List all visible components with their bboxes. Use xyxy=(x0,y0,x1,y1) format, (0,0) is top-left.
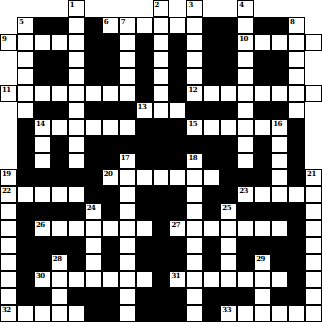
cell-r3c14[interactable] xyxy=(237,51,254,68)
cell-r16c3[interactable] xyxy=(51,271,68,288)
block-cell-r12c17 xyxy=(288,203,305,220)
cell-r17c11[interactable] xyxy=(186,288,203,305)
cell-r5c3[interactable] xyxy=(51,85,68,102)
cell-r7c16[interactable]: 16 xyxy=(271,119,288,136)
block-cell-r4c10 xyxy=(169,68,186,85)
cell-r11c18[interactable] xyxy=(305,186,322,203)
cell-r5c14[interactable] xyxy=(237,85,254,102)
cell-r14c7[interactable] xyxy=(119,237,136,254)
block-cell-r17c16 xyxy=(271,288,288,305)
block-cell-r6c12 xyxy=(203,102,220,119)
cell-r13c0[interactable] xyxy=(0,220,17,237)
outside-area xyxy=(305,102,322,119)
cell-r18c15[interactable] xyxy=(254,305,271,322)
cell-r13c5[interactable] xyxy=(85,220,102,237)
cell-r11c2[interactable] xyxy=(34,186,51,203)
cell-r13c12[interactable] xyxy=(203,220,220,237)
cell-r4c17[interactable] xyxy=(288,68,305,85)
cell-r13c11[interactable] xyxy=(186,220,203,237)
block-cell-r8c3 xyxy=(51,136,68,153)
outside-area xyxy=(34,0,51,17)
cell-r2c16[interactable] xyxy=(271,34,288,51)
cell-r5c13[interactable] xyxy=(220,85,237,102)
cell-r5c2[interactable] xyxy=(34,85,51,102)
cell-r3c9[interactable] xyxy=(153,51,170,68)
block-cell-r4c12 xyxy=(203,68,220,85)
cell-r14c18[interactable] xyxy=(305,237,322,254)
cell-r16c4[interactable] xyxy=(68,271,85,288)
block-cell-r6c2 xyxy=(34,102,51,119)
cell-r16c7[interactable] xyxy=(119,271,136,288)
block-cell-r11c6 xyxy=(102,186,119,203)
outside-area xyxy=(0,68,17,85)
block-cell-r4c13 xyxy=(220,68,237,85)
block-cell-r8c13 xyxy=(220,136,237,153)
cell-r12c0[interactable] xyxy=(0,203,17,220)
block-cell-r15c2 xyxy=(34,254,51,271)
block-cell-r11c12 xyxy=(203,186,220,203)
cell-r6c1[interactable] xyxy=(17,102,34,119)
block-cell-r11c13 xyxy=(220,186,237,203)
cell-r16c8[interactable] xyxy=(136,271,153,288)
clue-number-20: 20 xyxy=(104,170,113,178)
block-cell-r9c12 xyxy=(203,153,220,170)
cell-r0c14[interactable]: 4 xyxy=(237,0,254,17)
cell-r18c2[interactable] xyxy=(34,305,51,322)
cell-r3c17[interactable] xyxy=(288,51,305,68)
cell-r15c3[interactable]: 28 xyxy=(51,254,68,271)
clue-number-23: 23 xyxy=(239,187,248,195)
cell-r5c11[interactable]: 12 xyxy=(186,85,203,102)
cell-r12c7[interactable] xyxy=(119,203,136,220)
cell-r16c12[interactable] xyxy=(203,271,220,288)
cell-r9c14[interactable] xyxy=(237,153,254,170)
cell-r11c11[interactable] xyxy=(186,186,203,203)
cell-r11c0[interactable]: 22 xyxy=(0,186,17,203)
cell-r18c3[interactable] xyxy=(51,305,68,322)
block-cell-r17c4 xyxy=(68,288,85,305)
cell-r13c6[interactable] xyxy=(102,220,119,237)
cell-r1c9[interactable] xyxy=(153,17,170,34)
cell-r18c13[interactable]: 33 xyxy=(220,305,237,322)
block-cell-r15c9 xyxy=(153,254,170,271)
cell-r14c13[interactable] xyxy=(220,237,237,254)
cell-r7c14[interactable] xyxy=(237,119,254,136)
clue-number-22: 22 xyxy=(2,187,11,195)
block-cell-r10c3 xyxy=(51,169,68,186)
block-cell-r10c1 xyxy=(17,169,34,186)
cell-r17c3[interactable] xyxy=(51,288,68,305)
cell-r9c11[interactable]: 18 xyxy=(186,153,203,170)
clue-number-12: 12 xyxy=(188,86,197,94)
cell-r13c15[interactable] xyxy=(254,220,271,237)
cell-r13c4[interactable] xyxy=(68,220,85,237)
clue-number-28: 28 xyxy=(53,255,62,263)
cell-r2c4[interactable] xyxy=(68,34,85,51)
outside-area xyxy=(288,0,305,17)
block-cell-r6c7 xyxy=(119,102,136,119)
block-cell-r8c15 xyxy=(254,136,271,153)
cell-r16c5[interactable] xyxy=(85,271,102,288)
block-cell-r12c4 xyxy=(68,203,85,220)
outside-area xyxy=(305,119,322,136)
cell-r1c14[interactable] xyxy=(237,17,254,34)
outside-area xyxy=(0,102,17,119)
cell-r13c13[interactable] xyxy=(220,220,237,237)
clue-number-2: 2 xyxy=(155,1,159,9)
block-cell-r9c9 xyxy=(153,153,170,170)
cell-r4c1[interactable] xyxy=(17,68,34,85)
cell-r13c16[interactable] xyxy=(271,220,288,237)
cell-r6c8[interactable]: 13 xyxy=(136,102,153,119)
cell-r18c4[interactable] xyxy=(68,305,85,322)
cell-r18c17[interactable] xyxy=(288,305,305,322)
cell-r18c1[interactable] xyxy=(17,305,34,322)
block-cell-r1c15 xyxy=(254,17,271,34)
cell-r5c7[interactable] xyxy=(119,85,136,102)
cell-r4c4[interactable] xyxy=(68,68,85,85)
clue-number-31: 31 xyxy=(171,272,180,280)
cell-r7c6[interactable] xyxy=(102,119,119,136)
cell-r17c7[interactable] xyxy=(119,288,136,305)
block-cell-r4c16 xyxy=(271,68,288,85)
cell-r5c1[interactable] xyxy=(17,85,34,102)
cell-r15c0[interactable] xyxy=(0,254,17,271)
cell-r18c16[interactable] xyxy=(271,305,288,322)
cell-r10c16[interactable] xyxy=(271,169,288,186)
cell-r10c12[interactable] xyxy=(203,169,220,186)
cell-r15c18[interactable] xyxy=(305,254,322,271)
cell-r18c7[interactable] xyxy=(119,305,136,322)
cell-r16c18[interactable] xyxy=(305,271,322,288)
clue-number-6: 6 xyxy=(104,18,108,26)
cell-r11c16[interactable] xyxy=(271,186,288,203)
block-cell-r14c6 xyxy=(102,237,119,254)
outside-area xyxy=(119,0,136,17)
block-cell-r8c10 xyxy=(169,136,186,153)
block-cell-r4c6 xyxy=(102,68,119,85)
outside-area xyxy=(102,0,119,17)
cell-r7c11[interactable]: 15 xyxy=(186,119,203,136)
clue-number-13: 13 xyxy=(138,103,147,111)
cell-r14c0[interactable] xyxy=(0,237,17,254)
cell-r10c11[interactable] xyxy=(186,169,203,186)
block-cell-r9c17 xyxy=(288,153,305,170)
cell-r12c5[interactable]: 24 xyxy=(85,203,102,220)
cell-r2c7[interactable] xyxy=(119,34,136,51)
block-cell-r1c12 xyxy=(203,17,220,34)
cell-r7c13[interactable] xyxy=(220,119,237,136)
block-cell-r17c17 xyxy=(288,288,305,305)
cell-r1c8[interactable] xyxy=(136,17,153,34)
cell-r7c3[interactable] xyxy=(51,119,68,136)
cell-r11c1[interactable] xyxy=(17,186,34,203)
cell-r15c5[interactable] xyxy=(85,254,102,271)
outside-area xyxy=(0,0,17,17)
cell-r15c13[interactable] xyxy=(220,254,237,271)
cell-r7c7[interactable] xyxy=(119,119,136,136)
cell-r18c0[interactable]: 32 xyxy=(0,305,17,322)
cell-r18c18[interactable] xyxy=(305,305,322,322)
cell-r14c5[interactable] xyxy=(85,237,102,254)
cell-r2c1[interactable] xyxy=(17,34,34,51)
cell-r1c6[interactable]: 6 xyxy=(102,17,119,34)
block-cell-r10c15 xyxy=(254,169,271,186)
block-cell-r15c12 xyxy=(203,254,220,271)
outside-area xyxy=(305,136,322,153)
cell-r2c14[interactable]: 10 xyxy=(237,34,254,51)
block-cell-r8c7 xyxy=(119,136,136,153)
block-cell-r15c10 xyxy=(169,254,186,271)
cell-r5c0[interactable]: 11 xyxy=(0,85,17,102)
cell-r13c8[interactable] xyxy=(136,220,153,237)
cell-r12c18[interactable] xyxy=(305,203,322,220)
cell-r10c6[interactable]: 20 xyxy=(102,169,119,186)
block-cell-r12c12 xyxy=(203,203,220,220)
cell-r7c2[interactable]: 14 xyxy=(34,119,51,136)
cell-r11c17[interactable] xyxy=(288,186,305,203)
cell-r16c13[interactable] xyxy=(220,271,237,288)
clue-number-26: 26 xyxy=(36,221,45,229)
cell-r0c11[interactable]: 3 xyxy=(186,0,203,17)
cell-r1c10[interactable] xyxy=(169,17,186,34)
cell-r9c4[interactable] xyxy=(68,153,85,170)
block-cell-r2c5 xyxy=(85,34,102,51)
cell-r0c9[interactable]: 2 xyxy=(153,0,170,17)
block-cell-r3c5 xyxy=(85,51,102,68)
cell-r9c16[interactable] xyxy=(271,153,288,170)
block-cell-r17c13 xyxy=(220,288,237,305)
cell-r13c14[interactable] xyxy=(237,220,254,237)
cell-r5c5[interactable] xyxy=(85,85,102,102)
block-cell-r8c12 xyxy=(203,136,220,153)
block-cell-r7c17 xyxy=(288,119,305,136)
cell-r1c11[interactable] xyxy=(186,17,203,34)
cell-r16c15[interactable] xyxy=(254,271,271,288)
clue-number-19: 19 xyxy=(2,170,11,178)
cell-r5c17[interactable] xyxy=(288,85,305,102)
cell-r10c18[interactable]: 21 xyxy=(305,169,322,186)
outside-area xyxy=(136,0,153,17)
cell-r7c12[interactable] xyxy=(203,119,220,136)
block-cell-r6c11 xyxy=(186,102,203,119)
cell-r5c16[interactable] xyxy=(271,85,288,102)
cell-r13c7[interactable] xyxy=(119,220,136,237)
cell-r0c4[interactable]: 1 xyxy=(68,0,85,17)
cell-r2c17[interactable] xyxy=(288,34,305,51)
cell-r15c15[interactable]: 29 xyxy=(254,254,271,271)
cell-r5c15[interactable] xyxy=(254,85,271,102)
crossword-grid: 1234567891011121314151617181920212223242… xyxy=(0,0,322,322)
cell-r1c4[interactable] xyxy=(68,17,85,34)
block-cell-r3c8 xyxy=(136,51,153,68)
cell-r11c15[interactable] xyxy=(254,186,271,203)
cell-r16c2[interactable]: 30 xyxy=(34,271,51,288)
block-cell-r10c13 xyxy=(220,169,237,186)
cell-r2c0[interactable]: 9 xyxy=(0,34,17,51)
block-cell-r15c6 xyxy=(102,254,119,271)
cell-r2c15[interactable] xyxy=(254,34,271,51)
cell-r9c2[interactable] xyxy=(34,153,51,170)
cell-r5c12[interactable] xyxy=(203,85,220,102)
cell-r8c16[interactable] xyxy=(271,136,288,153)
block-cell-r5c8 xyxy=(136,85,153,102)
cell-r17c18[interactable] xyxy=(305,288,322,305)
cell-r6c4[interactable] xyxy=(68,102,85,119)
cell-r5c6[interactable] xyxy=(102,85,119,102)
cell-r1c7[interactable]: 7 xyxy=(119,17,136,34)
cell-r10c7[interactable] xyxy=(119,169,136,186)
block-cell-r3c13 xyxy=(220,51,237,68)
cell-r1c17[interactable]: 8 xyxy=(288,17,305,34)
cell-r14c11[interactable] xyxy=(186,237,203,254)
cell-r7c5[interactable] xyxy=(85,119,102,136)
cell-r18c14[interactable] xyxy=(237,305,254,322)
block-cell-r11c5 xyxy=(85,186,102,203)
cell-r11c3[interactable] xyxy=(51,186,68,203)
clue-number-1: 1 xyxy=(70,1,74,9)
block-cell-r18c5 xyxy=(85,305,102,322)
block-cell-r9c1 xyxy=(17,153,34,170)
cell-r6c17[interactable] xyxy=(288,102,305,119)
cell-r16c11[interactable] xyxy=(186,271,203,288)
block-cell-r8c6 xyxy=(102,136,119,153)
block-cell-r5c10 xyxy=(169,85,186,102)
cell-r6c9[interactable] xyxy=(153,102,170,119)
cell-r1c1[interactable]: 5 xyxy=(17,17,34,34)
block-cell-r17c5 xyxy=(85,288,102,305)
block-cell-r13c9 xyxy=(153,220,170,237)
cell-r2c18[interactable] xyxy=(305,34,322,51)
block-cell-r12c9 xyxy=(153,203,170,220)
cell-r4c14[interactable] xyxy=(237,68,254,85)
clue-number-9: 9 xyxy=(2,35,6,43)
cell-r3c1[interactable] xyxy=(17,51,34,68)
cell-r16c14[interactable] xyxy=(237,271,254,288)
cell-r8c14[interactable] xyxy=(237,136,254,153)
cell-r17c15[interactable] xyxy=(254,288,271,305)
cell-r11c4[interactable] xyxy=(68,186,85,203)
clue-number-7: 7 xyxy=(121,18,125,26)
block-cell-r12c2 xyxy=(34,203,51,220)
block-cell-r12c14 xyxy=(237,203,254,220)
block-cell-r16c17 xyxy=(288,271,305,288)
block-cell-r3c12 xyxy=(203,51,220,68)
cell-r13c18[interactable] xyxy=(305,220,322,237)
cell-r10c10[interactable] xyxy=(169,169,186,186)
cell-r10c8[interactable] xyxy=(136,169,153,186)
block-cell-r6c13 xyxy=(220,102,237,119)
cell-r13c2[interactable]: 26 xyxy=(34,220,51,237)
cell-r7c4[interactable] xyxy=(68,119,85,136)
cell-r6c10[interactable] xyxy=(169,102,186,119)
clue-number-33: 33 xyxy=(222,306,231,314)
cell-r9c7[interactable]: 17 xyxy=(119,153,136,170)
cell-r2c9[interactable] xyxy=(153,34,170,51)
cell-r3c4[interactable] xyxy=(68,51,85,68)
cell-r15c11[interactable] xyxy=(186,254,203,271)
cell-r2c11[interactable] xyxy=(186,34,203,51)
block-cell-r6c3 xyxy=(51,102,68,119)
cell-r16c6[interactable] xyxy=(102,271,119,288)
clue-number-27: 27 xyxy=(171,221,180,229)
clue-number-4: 4 xyxy=(239,1,243,9)
block-cell-r7c10 xyxy=(169,119,186,136)
block-cell-r4c3 xyxy=(51,68,68,85)
cell-r6c14[interactable] xyxy=(237,102,254,119)
cell-r10c9[interactable] xyxy=(153,169,170,186)
cell-r16c10[interactable]: 31 xyxy=(169,271,186,288)
clue-number-21: 21 xyxy=(307,170,316,178)
block-cell-r14c10 xyxy=(169,237,186,254)
block-cell-r13c1 xyxy=(17,220,34,237)
block-cell-r3c15 xyxy=(254,51,271,68)
cell-r10c0[interactable]: 19 xyxy=(0,169,17,186)
cell-r12c11[interactable] xyxy=(186,203,203,220)
clue-number-25: 25 xyxy=(222,204,231,212)
outside-area xyxy=(203,0,220,17)
clue-number-24: 24 xyxy=(87,204,96,212)
clue-number-14: 14 xyxy=(36,120,45,128)
crossword-page: 1234567891011121314151617181920212223242… xyxy=(0,0,322,322)
block-cell-r8c17 xyxy=(288,136,305,153)
block-cell-r12c1 xyxy=(17,203,34,220)
clue-number-5: 5 xyxy=(19,18,23,26)
cell-r5c9[interactable] xyxy=(153,85,170,102)
block-cell-r6c15 xyxy=(254,102,271,119)
block-cell-r7c9 xyxy=(153,119,170,136)
cell-r3c7[interactable] xyxy=(119,51,136,68)
cell-r5c4[interactable] xyxy=(68,85,85,102)
cell-r3c11[interactable] xyxy=(186,51,203,68)
cell-r7c15[interactable] xyxy=(254,119,271,136)
cell-r11c14[interactable]: 23 xyxy=(237,186,254,203)
cell-r4c11[interactable] xyxy=(186,68,203,85)
cell-r2c3[interactable] xyxy=(51,34,68,51)
block-cell-r15c17 xyxy=(288,254,305,271)
outside-area xyxy=(0,51,17,68)
cell-r2c2[interactable] xyxy=(34,34,51,51)
clue-number-10: 10 xyxy=(239,35,248,43)
clue-number-8: 8 xyxy=(290,18,294,26)
block-cell-r15c4 xyxy=(68,254,85,271)
cell-r11c7[interactable] xyxy=(119,186,136,203)
cell-r8c2[interactable] xyxy=(34,136,51,153)
cell-r15c7[interactable] xyxy=(119,254,136,271)
outside-area xyxy=(0,153,17,170)
cell-r8c4[interactable] xyxy=(68,136,85,153)
block-cell-r15c8 xyxy=(136,254,153,271)
block-cell-r11c8 xyxy=(136,186,153,203)
cell-r13c3[interactable] xyxy=(51,220,68,237)
cell-r4c9[interactable] xyxy=(153,68,170,85)
block-cell-r17c12 xyxy=(203,288,220,305)
block-cell-r4c15 xyxy=(254,68,271,85)
cell-r16c16[interactable] xyxy=(271,271,288,288)
cell-r5c18[interactable] xyxy=(305,85,322,102)
cell-r18c11[interactable] xyxy=(186,305,203,322)
cell-r4c7[interactable] xyxy=(119,68,136,85)
block-cell-r4c8 xyxy=(136,68,153,85)
outside-area xyxy=(305,17,322,34)
cell-r12c13[interactable]: 25 xyxy=(220,203,237,220)
clue-number-18: 18 xyxy=(188,154,197,162)
cell-r13c10[interactable]: 27 xyxy=(169,220,186,237)
block-cell-r17c9 xyxy=(153,288,170,305)
block-cell-r9c6 xyxy=(102,153,119,170)
cell-r16c0[interactable] xyxy=(0,271,17,288)
cell-r17c0[interactable] xyxy=(0,288,17,305)
